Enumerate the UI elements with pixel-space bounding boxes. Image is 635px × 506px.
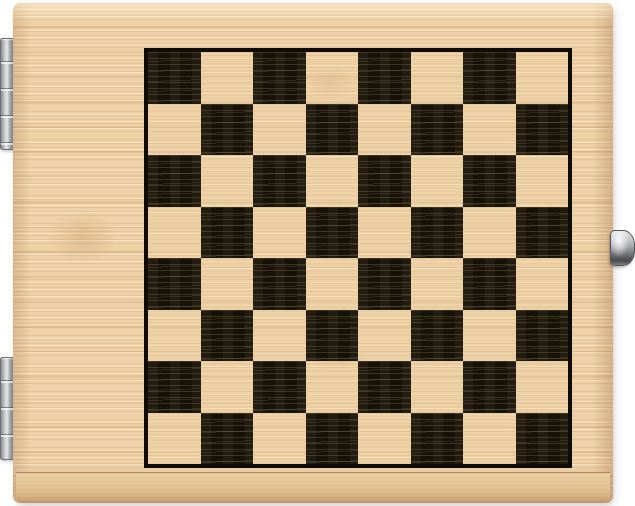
square-b1: [201, 413, 254, 465]
square-c1: [253, 413, 306, 465]
square-a3: [148, 310, 201, 362]
product-photo: [0, 0, 635, 506]
wood-grain-knot: [43, 208, 123, 268]
square-h8: [516, 52, 569, 104]
square-c5: [253, 207, 306, 259]
square-e4: [358, 258, 411, 310]
square-h2: [516, 361, 569, 413]
square-f4: [411, 258, 464, 310]
square-g6: [463, 155, 516, 207]
square-g4: [463, 258, 516, 310]
square-c2: [253, 361, 306, 413]
square-f7: [411, 104, 464, 156]
square-f2: [411, 361, 464, 413]
square-d8: [306, 52, 359, 104]
square-g2: [463, 361, 516, 413]
square-g3: [463, 310, 516, 362]
square-d1: [306, 413, 359, 465]
chess-board: [144, 48, 572, 468]
square-h1: [516, 413, 569, 465]
square-d2: [306, 361, 359, 413]
square-g7: [463, 104, 516, 156]
chess-box-lid: [13, 3, 613, 503]
square-b7: [201, 104, 254, 156]
square-a4: [148, 258, 201, 310]
square-e7: [358, 104, 411, 156]
square-h7: [516, 104, 569, 156]
square-f6: [411, 155, 464, 207]
square-h4: [516, 258, 569, 310]
square-e3: [358, 310, 411, 362]
square-g5: [463, 207, 516, 259]
square-f8: [411, 52, 464, 104]
square-b4: [201, 258, 254, 310]
square-f3: [411, 310, 464, 362]
square-b5: [201, 207, 254, 259]
box-bottom-edge: [16, 472, 610, 503]
square-c8: [253, 52, 306, 104]
square-e6: [358, 155, 411, 207]
square-c7: [253, 104, 306, 156]
square-h3: [516, 310, 569, 362]
square-b3: [201, 310, 254, 362]
square-b2: [201, 361, 254, 413]
square-d4: [306, 258, 359, 310]
square-e2: [358, 361, 411, 413]
square-a7: [148, 104, 201, 156]
square-e5: [358, 207, 411, 259]
square-d6: [306, 155, 359, 207]
square-e1: [358, 413, 411, 465]
clasp-knob: [610, 230, 635, 266]
square-a5: [148, 207, 201, 259]
square-d7: [306, 104, 359, 156]
square-c6: [253, 155, 306, 207]
square-b6: [201, 155, 254, 207]
square-a6: [148, 155, 201, 207]
square-d3: [306, 310, 359, 362]
square-a2: [148, 361, 201, 413]
square-a8: [148, 52, 201, 104]
square-f1: [411, 413, 464, 465]
square-g1: [463, 413, 516, 465]
square-b8: [201, 52, 254, 104]
square-g8: [463, 52, 516, 104]
square-h6: [516, 155, 569, 207]
square-e8: [358, 52, 411, 104]
square-d5: [306, 207, 359, 259]
square-c3: [253, 310, 306, 362]
square-c4: [253, 258, 306, 310]
square-a1: [148, 413, 201, 465]
square-h5: [516, 207, 569, 259]
square-f5: [411, 207, 464, 259]
